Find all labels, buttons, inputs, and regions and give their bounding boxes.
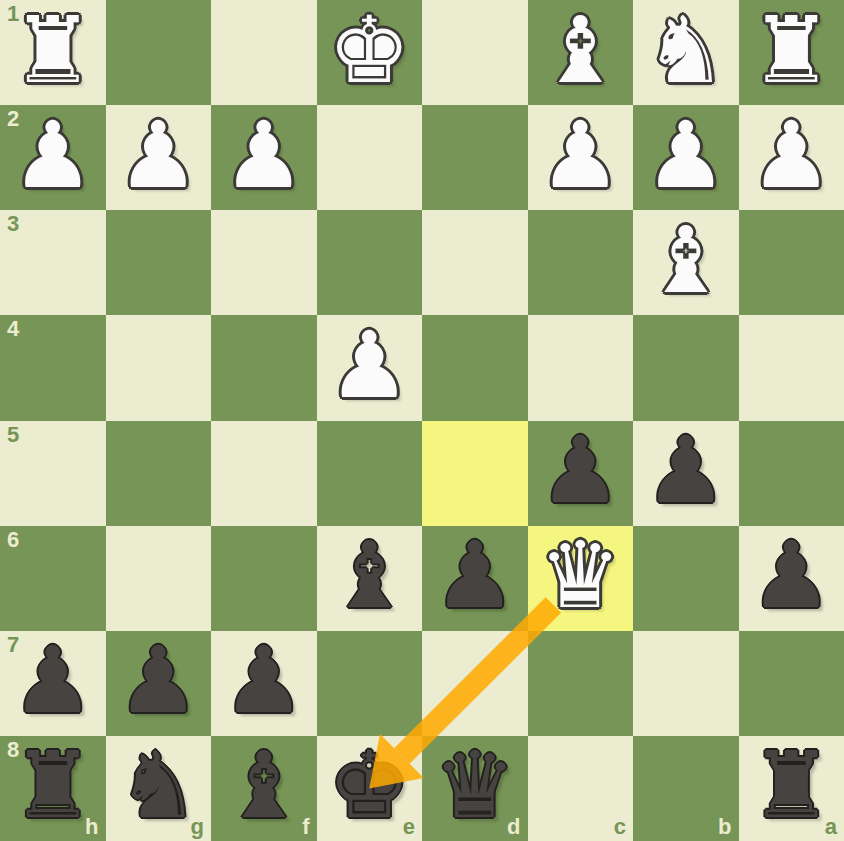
square-a1[interactable]: ♜ <box>739 0 844 105</box>
square-g1[interactable] <box>106 0 212 105</box>
square-b8[interactable]: b <box>633 736 739 841</box>
square-d1[interactable] <box>422 0 528 105</box>
square-d4[interactable] <box>422 315 528 420</box>
square-c2[interactable]: ♟ <box>528 105 634 210</box>
square-e2[interactable] <box>317 105 423 210</box>
square-b1[interactable]: ♞ <box>633 0 739 105</box>
square-c5[interactable]: ♟ <box>528 421 634 526</box>
piece-black-bishop[interactable]: ♝ <box>317 526 423 631</box>
piece-white-rook[interactable]: ♜ <box>0 0 106 105</box>
square-d2[interactable] <box>422 105 528 210</box>
piece-white-pawn[interactable]: ♟ <box>317 315 423 420</box>
square-d7[interactable] <box>422 631 528 736</box>
square-e1[interactable]: ♚ <box>317 0 423 105</box>
piece-white-pawn[interactable]: ♟ <box>528 105 634 210</box>
square-f4[interactable] <box>211 315 317 420</box>
square-d6[interactable]: ♟ <box>422 526 528 631</box>
square-g2[interactable]: ♟ <box>106 105 212 210</box>
square-h5[interactable]: 5 <box>0 421 106 526</box>
piece-white-rook[interactable]: ♜ <box>739 0 844 105</box>
piece-black-pawn[interactable]: ♟ <box>211 631 317 736</box>
square-e5[interactable] <box>317 421 423 526</box>
square-e4[interactable]: ♟ <box>317 315 423 420</box>
square-d3[interactable] <box>422 210 528 315</box>
square-c7[interactable] <box>528 631 634 736</box>
square-a4[interactable] <box>739 315 844 420</box>
square-b4[interactable] <box>633 315 739 420</box>
piece-white-pawn[interactable]: ♟ <box>106 105 212 210</box>
square-d5[interactable] <box>422 421 528 526</box>
square-h3[interactable]: 3 <box>0 210 106 315</box>
piece-black-bishop[interactable]: ♝ <box>211 736 317 841</box>
square-g5[interactable] <box>106 421 212 526</box>
square-b7[interactable] <box>633 631 739 736</box>
piece-white-pawn[interactable]: ♟ <box>633 105 739 210</box>
square-c1[interactable]: ♝ <box>528 0 634 105</box>
square-f5[interactable] <box>211 421 317 526</box>
square-g7[interactable]: ♟ <box>106 631 212 736</box>
piece-black-pawn[interactable]: ♟ <box>739 526 844 631</box>
square-h7[interactable]: ♟7 <box>0 631 106 736</box>
square-c3[interactable] <box>528 210 634 315</box>
piece-white-king[interactable]: ♚ <box>317 0 423 105</box>
chess-board-wrap: ♜1♚♝♞♜♟2♟♟♟♟♟3♝4♟5♟♟6♝♟♛♟♟7♟♟♜8h♞g♝f♚e♛d… <box>0 0 844 841</box>
piece-white-bishop[interactable]: ♝ <box>528 0 634 105</box>
square-a5[interactable] <box>739 421 844 526</box>
square-c4[interactable] <box>528 315 634 420</box>
square-f2[interactable]: ♟ <box>211 105 317 210</box>
piece-black-knight[interactable]: ♞ <box>106 736 212 841</box>
piece-black-pawn[interactable]: ♟ <box>528 421 634 526</box>
square-f3[interactable] <box>211 210 317 315</box>
piece-white-pawn[interactable]: ♟ <box>211 105 317 210</box>
square-c8[interactable]: c <box>528 736 634 841</box>
piece-white-pawn[interactable]: ♟ <box>0 105 106 210</box>
chess-board: ♜1♚♝♞♜♟2♟♟♟♟♟3♝4♟5♟♟6♝♟♛♟♟7♟♟♜8h♞g♝f♚e♛d… <box>0 0 844 841</box>
square-e3[interactable] <box>317 210 423 315</box>
square-b3[interactable]: ♝ <box>633 210 739 315</box>
rank-label-5: 5 <box>7 424 19 446</box>
file-label-b: b <box>718 816 731 838</box>
piece-black-pawn[interactable]: ♟ <box>633 421 739 526</box>
square-a8[interactable]: ♜a <box>739 736 844 841</box>
piece-white-queen[interactable]: ♛ <box>528 526 634 631</box>
square-a2[interactable]: ♟ <box>739 105 844 210</box>
square-h1[interactable]: ♜1 <box>0 0 106 105</box>
piece-white-bishop[interactable]: ♝ <box>633 210 739 315</box>
square-h4[interactable]: 4 <box>0 315 106 420</box>
square-g6[interactable] <box>106 526 212 631</box>
square-e8[interactable]: ♚e <box>317 736 423 841</box>
square-b5[interactable]: ♟ <box>633 421 739 526</box>
square-g8[interactable]: ♞g <box>106 736 212 841</box>
piece-black-queen[interactable]: ♛ <box>422 736 528 841</box>
square-e6[interactable]: ♝ <box>317 526 423 631</box>
square-b2[interactable]: ♟ <box>633 105 739 210</box>
square-a6[interactable]: ♟ <box>739 526 844 631</box>
square-g3[interactable] <box>106 210 212 315</box>
rank-label-6: 6 <box>7 529 19 551</box>
rank-label-4: 4 <box>7 318 19 340</box>
square-g4[interactable] <box>106 315 212 420</box>
square-f1[interactable] <box>211 0 317 105</box>
square-h8[interactable]: ♜8h <box>0 736 106 841</box>
square-f6[interactable] <box>211 526 317 631</box>
piece-white-knight[interactable]: ♞ <box>633 0 739 105</box>
piece-black-rook[interactable]: ♜ <box>0 736 106 841</box>
square-h6[interactable]: 6 <box>0 526 106 631</box>
piece-black-pawn[interactable]: ♟ <box>106 631 212 736</box>
piece-black-king[interactable]: ♚ <box>317 736 423 841</box>
piece-black-pawn[interactable]: ♟ <box>0 631 106 736</box>
square-a3[interactable] <box>739 210 844 315</box>
file-label-c: c <box>614 816 626 838</box>
square-a7[interactable] <box>739 631 844 736</box>
square-c6[interactable]: ♛ <box>528 526 634 631</box>
square-h2[interactable]: ♟2 <box>0 105 106 210</box>
piece-white-pawn[interactable]: ♟ <box>739 105 844 210</box>
square-f7[interactable]: ♟ <box>211 631 317 736</box>
square-f8[interactable]: ♝f <box>211 736 317 841</box>
square-b6[interactable] <box>633 526 739 631</box>
square-d8[interactable]: ♛d <box>422 736 528 841</box>
piece-black-rook[interactable]: ♜ <box>739 736 844 841</box>
square-e7[interactable] <box>317 631 423 736</box>
piece-black-pawn[interactable]: ♟ <box>422 526 528 631</box>
rank-label-3: 3 <box>7 213 19 235</box>
